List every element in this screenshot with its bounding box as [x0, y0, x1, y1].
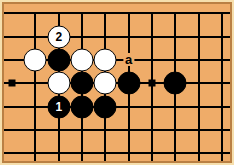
board-cell [140, 142, 163, 165]
board-cell [164, 142, 187, 165]
board-cell [210, 142, 233, 165]
point-label-a: a [123, 53, 134, 66]
board-cell [70, 142, 93, 165]
board-cell [1, 118, 24, 141]
hoshi-marker [148, 80, 155, 87]
board-cell [94, 95, 117, 118]
board-cell [140, 72, 163, 95]
board-cell [164, 72, 187, 95]
board-cell [117, 2, 140, 25]
board-cell [210, 48, 233, 71]
board-cell [117, 95, 140, 118]
board-cell [94, 72, 117, 95]
board-cell [210, 2, 233, 25]
board-cell [47, 72, 70, 95]
board-cell [164, 95, 187, 118]
board-cell [70, 2, 93, 25]
black-stone [164, 72, 187, 95]
white-stone [94, 72, 117, 95]
board-cell [94, 142, 117, 165]
hoshi-marker [9, 80, 16, 87]
board-cell [24, 2, 47, 25]
board-cell [187, 95, 210, 118]
board-cell [47, 48, 70, 71]
board-cell [70, 118, 93, 141]
board-cell [1, 48, 24, 71]
board-cell [1, 95, 24, 118]
board-cell [47, 118, 70, 141]
white-stone [24, 49, 47, 72]
black-stone [47, 49, 70, 72]
board-cell [47, 142, 70, 165]
board-cell [94, 118, 117, 141]
board-cell [164, 48, 187, 71]
white-stone [94, 49, 117, 72]
white-stone [47, 72, 70, 95]
board-cell [140, 48, 163, 71]
board-cell [70, 25, 93, 48]
go-board: 2a1 [1, 2, 234, 165]
white-stone [71, 49, 94, 72]
board-cell [187, 2, 210, 25]
board-cell [24, 142, 47, 165]
board-cell [117, 72, 140, 95]
board-cell [1, 72, 24, 95]
board-cell [1, 25, 24, 48]
board-cell [210, 95, 233, 118]
board-cell [117, 142, 140, 165]
board-cell [24, 118, 47, 141]
board-cell [140, 2, 163, 25]
board-cell [70, 48, 93, 71]
board-cell [94, 25, 117, 48]
board-cell [187, 25, 210, 48]
board-cell [94, 48, 117, 71]
board-cell [1, 2, 24, 25]
board-cell [70, 72, 93, 95]
board-cell [94, 2, 117, 25]
black-stone [71, 72, 94, 95]
board-cell [70, 95, 93, 118]
board-cell [117, 25, 140, 48]
black-stone [71, 95, 94, 118]
board-cell [164, 2, 187, 25]
board-cell [1, 142, 24, 165]
board-cell [187, 72, 210, 95]
board-cell [210, 25, 233, 48]
black-stone-move-1: 1 [47, 95, 70, 118]
board-cell [140, 25, 163, 48]
board-cell [164, 25, 187, 48]
board-cell [210, 72, 233, 95]
board-cell [164, 118, 187, 141]
white-stone-move-2: 2 [47, 25, 70, 48]
board-cell [24, 72, 47, 95]
board-cell [24, 25, 47, 48]
board-cell [210, 118, 233, 141]
board-cell [24, 48, 47, 71]
board-cell: 1 [47, 95, 70, 118]
board-cell: 2 [47, 25, 70, 48]
board-cell [187, 118, 210, 141]
black-stone [117, 72, 140, 95]
board-cell [24, 95, 47, 118]
go-diagram: 2a1 [0, 0, 234, 165]
board-cell [187, 48, 210, 71]
black-stone [94, 95, 117, 118]
board-cell [117, 118, 140, 141]
board-cell [187, 142, 210, 165]
board-cell: a [117, 48, 140, 71]
board-cell [140, 95, 163, 118]
board-cell [140, 118, 163, 141]
board-cell [47, 2, 70, 25]
